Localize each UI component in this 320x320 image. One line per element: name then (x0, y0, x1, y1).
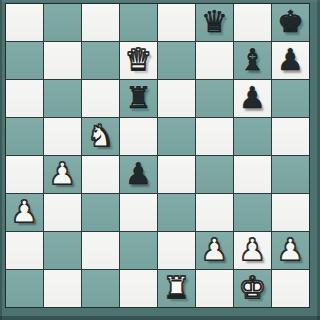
square-d3[interactable] (120, 194, 157, 231)
square-b8[interactable] (44, 4, 81, 41)
square-f7[interactable] (196, 42, 233, 79)
square-h2[interactable]: ♟ (272, 232, 309, 269)
square-h5[interactable] (272, 118, 309, 155)
square-b5[interactable] (44, 118, 81, 155)
square-e2[interactable] (158, 232, 195, 269)
square-a8[interactable] (6, 4, 43, 41)
square-b7[interactable] (44, 42, 81, 79)
chess-board-frame: ♛♚♛♝♟♜♟♞♟♟♟♟♟♟♜♚ (0, 0, 320, 320)
square-g6[interactable]: ♟ (234, 80, 271, 117)
square-a7[interactable] (6, 42, 43, 79)
chess-board: ♛♚♛♝♟♜♟♞♟♟♟♟♟♟♜♚ (5, 3, 310, 308)
square-e7[interactable] (158, 42, 195, 79)
piece-white-pawn-g2[interactable]: ♟ (239, 235, 266, 265)
square-c6[interactable] (82, 80, 119, 117)
square-f3[interactable] (196, 194, 233, 231)
square-b6[interactable] (44, 80, 81, 117)
square-h3[interactable] (272, 194, 309, 231)
square-c4[interactable] (82, 156, 119, 193)
square-d4[interactable]: ♟ (120, 156, 157, 193)
piece-white-queen-d7[interactable]: ♛ (125, 45, 152, 75)
square-c2[interactable] (82, 232, 119, 269)
square-f4[interactable] (196, 156, 233, 193)
square-e8[interactable] (158, 4, 195, 41)
square-d7[interactable]: ♛ (120, 42, 157, 79)
square-c7[interactable] (82, 42, 119, 79)
square-g3[interactable] (234, 194, 271, 231)
piece-white-pawn-b4[interactable]: ♟ (49, 159, 76, 189)
square-e6[interactable] (158, 80, 195, 117)
square-d8[interactable] (120, 4, 157, 41)
square-g8[interactable] (234, 4, 271, 41)
square-g1[interactable]: ♚ (234, 270, 271, 307)
piece-black-rook-d6[interactable]: ♜ (125, 83, 152, 113)
square-b1[interactable] (44, 270, 81, 307)
square-c1[interactable] (82, 270, 119, 307)
square-f1[interactable] (196, 270, 233, 307)
square-g5[interactable] (234, 118, 271, 155)
square-c8[interactable] (82, 4, 119, 41)
square-a1[interactable] (6, 270, 43, 307)
square-g7[interactable]: ♝ (234, 42, 271, 79)
square-b3[interactable] (44, 194, 81, 231)
square-h1[interactable] (272, 270, 309, 307)
piece-white-knight-c5[interactable]: ♞ (87, 121, 114, 151)
square-e1[interactable]: ♜ (158, 270, 195, 307)
square-g4[interactable] (234, 156, 271, 193)
square-a4[interactable] (6, 156, 43, 193)
piece-white-pawn-h2[interactable]: ♟ (277, 235, 304, 265)
piece-black-pawn-d4[interactable]: ♟ (125, 159, 152, 189)
piece-white-king-g1[interactable]: ♚ (239, 273, 266, 303)
square-f2[interactable]: ♟ (196, 232, 233, 269)
piece-black-pawn-h7[interactable]: ♟ (277, 45, 304, 75)
piece-white-pawn-f2[interactable]: ♟ (201, 235, 228, 265)
square-a2[interactable] (6, 232, 43, 269)
square-a5[interactable] (6, 118, 43, 155)
square-f5[interactable] (196, 118, 233, 155)
square-e3[interactable] (158, 194, 195, 231)
piece-white-pawn-a3[interactable]: ♟ (11, 197, 38, 227)
square-h7[interactable]: ♟ (272, 42, 309, 79)
square-a6[interactable] (6, 80, 43, 117)
square-h4[interactable] (272, 156, 309, 193)
square-b4[interactable]: ♟ (44, 156, 81, 193)
square-f8[interactable]: ♛ (196, 4, 233, 41)
square-f6[interactable] (196, 80, 233, 117)
piece-black-queen-f8[interactable]: ♛ (201, 7, 228, 37)
square-d6[interactable]: ♜ (120, 80, 157, 117)
piece-black-bishop-g7[interactable]: ♝ (239, 45, 266, 75)
square-d5[interactable] (120, 118, 157, 155)
piece-black-king-h8[interactable]: ♚ (277, 7, 304, 37)
square-d2[interactable] (120, 232, 157, 269)
square-d1[interactable] (120, 270, 157, 307)
square-h6[interactable] (272, 80, 309, 117)
square-e4[interactable] (158, 156, 195, 193)
square-c5[interactable]: ♞ (82, 118, 119, 155)
square-h8[interactable]: ♚ (272, 4, 309, 41)
square-a3[interactable]: ♟ (6, 194, 43, 231)
square-g2[interactable]: ♟ (234, 232, 271, 269)
piece-black-pawn-g6[interactable]: ♟ (239, 83, 266, 113)
square-e5[interactable] (158, 118, 195, 155)
square-c3[interactable] (82, 194, 119, 231)
piece-white-rook-e1[interactable]: ♜ (163, 273, 190, 303)
square-b2[interactable] (44, 232, 81, 269)
